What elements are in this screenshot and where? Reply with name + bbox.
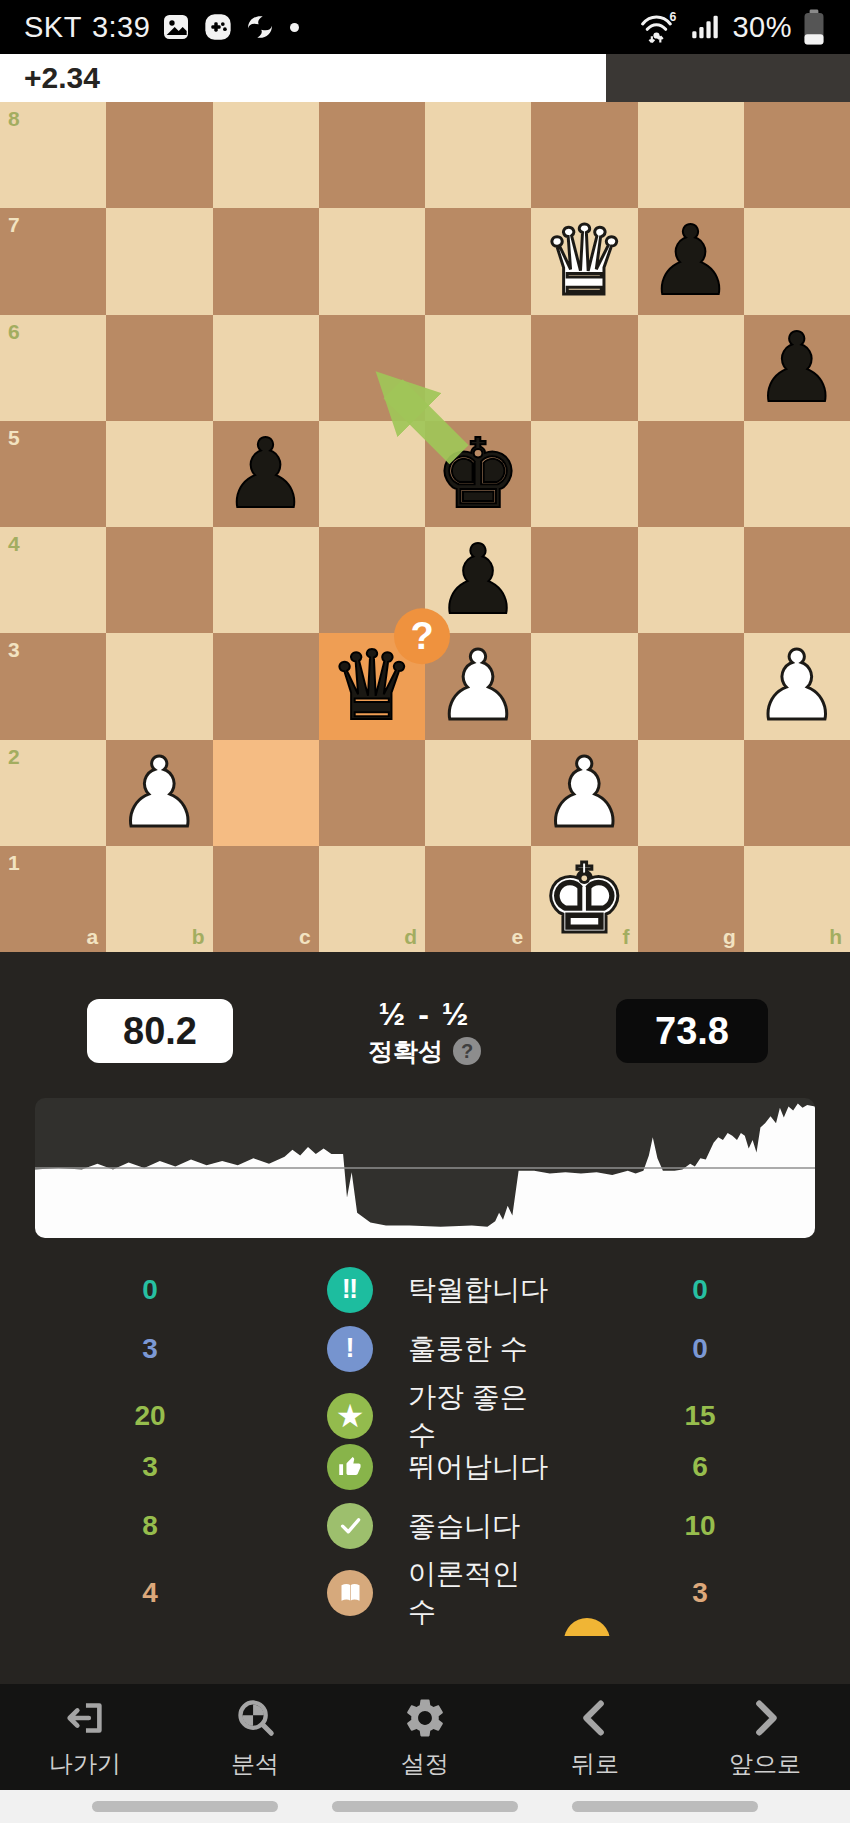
square-f6[interactable] — [531, 315, 637, 421]
analysis-panel: 80.2 ½ - ½ 정확성 ? 73.8 0‼탁월합니다03!훌륭한 수020… — [0, 994, 850, 1636]
square-h7[interactable] — [744, 208, 850, 314]
piece-white-pawn: ♟ — [425, 633, 531, 739]
svg-text:6: 6 — [670, 10, 677, 24]
accuracy-label: 정확성 — [368, 1035, 443, 1068]
square-a5[interactable]: 5 — [0, 421, 106, 527]
square-e3[interactable]: ♟ — [425, 633, 531, 739]
rank-label-3: 3 — [8, 638, 20, 662]
white-count: 3 — [0, 1451, 300, 1483]
battery-icon — [802, 8, 826, 46]
best-star-icon: ★ — [327, 1393, 373, 1439]
square-d1[interactable]: d — [319, 846, 425, 952]
square-g2[interactable] — [638, 740, 744, 846]
square-g6[interactable] — [638, 315, 744, 421]
square-c4[interactable] — [213, 527, 319, 633]
battery-percent-label: 30% — [732, 11, 792, 44]
square-g5[interactable] — [638, 421, 744, 527]
file-label-g: g — [723, 925, 736, 949]
square-d2[interactable] — [319, 740, 425, 846]
square-b4[interactable] — [106, 527, 212, 633]
square-e5[interactable]: ♚ — [425, 421, 531, 527]
white-count: 20 — [0, 1400, 300, 1432]
move-class-row-great: 3!훌륭한 수0 — [0, 1319, 850, 1378]
square-d3[interactable]: ♛ — [319, 633, 425, 739]
move-class-label: 뛰어납니다 — [400, 1448, 550, 1486]
square-a1[interactable]: 1a — [0, 846, 106, 952]
move-class-label: 좋습니다 — [400, 1507, 550, 1545]
white-count: 4 — [0, 1577, 300, 1609]
game-result: ½ - ½ — [233, 994, 616, 1034]
square-a4[interactable]: 4 — [0, 527, 106, 633]
book-icon — [327, 1570, 373, 1616]
square-h4[interactable] — [744, 527, 850, 633]
status-bar: SKT 3:39 — [0, 0, 850, 54]
system-recents-button[interactable] — [92, 1801, 278, 1812]
square-e8[interactable] — [425, 102, 531, 208]
square-f4[interactable] — [531, 527, 637, 633]
square-f3[interactable] — [531, 633, 637, 739]
piece-white-pawn: ♟ — [106, 740, 212, 846]
square-g7[interactable]: ♟ — [638, 208, 744, 314]
piece-black-king: ♚ — [425, 421, 531, 527]
file-label-c: c — [299, 925, 311, 949]
evaluation-score: +2.34 — [0, 61, 100, 95]
rank-label-8: 8 — [8, 107, 20, 131]
black-count: 0 — [550, 1333, 850, 1365]
move-class-label: 가장 좋은 수 — [400, 1378, 550, 1454]
evaluation-bar: +2.34 — [0, 54, 850, 102]
square-c6[interactable] — [213, 315, 319, 421]
nav-label: 설정 — [401, 1748, 449, 1780]
square-a6[interactable]: 6 — [0, 315, 106, 421]
piece-white-pawn: ♟ — [744, 633, 850, 739]
square-b3[interactable] — [106, 633, 212, 739]
move-class-row-brilliant: 0‼탁월합니다0 — [0, 1260, 850, 1319]
square-a2[interactable]: 2 — [0, 740, 106, 846]
game-controller-icon — [202, 11, 234, 43]
nav-analysis-button[interactable]: 분석 — [170, 1684, 340, 1790]
square-f7[interactable]: ♛ — [531, 208, 637, 314]
nav-label: 뒤로 — [571, 1748, 619, 1780]
settings-icon — [402, 1695, 448, 1741]
move-classification-list: 0‼탁월합니다03!훌륭한 수020★가장 좋은 수153뛰어납니다68좋습니다… — [0, 1260, 850, 1614]
square-a8[interactable]: 8 — [0, 102, 106, 208]
square-d8[interactable] — [319, 102, 425, 208]
black-accuracy-score: 73.8 — [616, 999, 768, 1063]
square-c5[interactable]: ♟ — [213, 421, 319, 527]
nav-label: 나가기 — [49, 1748, 121, 1780]
system-back-button[interactable] — [572, 1801, 758, 1812]
piece-white-king: ♚ — [531, 846, 637, 952]
move-class-row-best-star: 20★가장 좋은 수15 — [0, 1378, 850, 1437]
white-count: 3 — [0, 1333, 300, 1365]
square-h5[interactable] — [744, 421, 850, 527]
file-label-d: d — [404, 925, 417, 949]
white-accuracy-score: 80.2 — [87, 999, 233, 1063]
piece-black-pawn: ♟ — [638, 208, 744, 314]
check-icon — [327, 1503, 373, 1549]
square-g1[interactable]: g — [638, 846, 744, 952]
move-class-row-check: 8좋습니다10 — [0, 1496, 850, 1555]
system-navigation-area — [0, 1790, 850, 1823]
square-f1[interactable]: f♚ — [531, 846, 637, 952]
analysis-icon — [232, 1695, 278, 1741]
nav-label: 앞으로 — [729, 1748, 801, 1780]
square-f2[interactable]: ♟ — [531, 740, 637, 846]
square-h8[interactable] — [744, 102, 850, 208]
evaluation-graph[interactable] — [35, 1098, 815, 1238]
swoosh-icon — [244, 11, 276, 43]
square-g3[interactable] — [638, 633, 744, 739]
black-count: 6 — [550, 1451, 850, 1483]
black-count: 0 — [550, 1274, 850, 1306]
piece-black-pawn: ♟ — [425, 527, 531, 633]
signal-strength-icon — [688, 10, 722, 44]
square-g8[interactable] — [638, 102, 744, 208]
square-e6[interactable] — [425, 315, 531, 421]
nav-settings-button[interactable]: 설정 — [340, 1684, 510, 1790]
square-h3[interactable]: ♟ — [744, 633, 850, 739]
black-count: 3 — [550, 1577, 850, 1609]
square-b5[interactable] — [106, 421, 212, 527]
square-d6[interactable] — [319, 315, 425, 421]
square-f5[interactable] — [531, 421, 637, 527]
square-c3[interactable] — [213, 633, 319, 739]
evaluation-white-portion: +2.34 — [0, 54, 606, 102]
square-b6[interactable] — [106, 315, 212, 421]
clock: 3:39 — [92, 11, 150, 44]
notification-dot-icon — [290, 23, 299, 32]
white-count: 8 — [0, 1510, 300, 1542]
piece-black-pawn: ♟ — [213, 421, 319, 527]
square-b7[interactable] — [106, 208, 212, 314]
square-c1[interactable]: c — [213, 846, 319, 952]
black-count: 15 — [550, 1400, 850, 1432]
square-b1[interactable]: b — [106, 846, 212, 952]
piece-black-pawn: ♟ — [744, 315, 850, 421]
nav-forward-button[interactable]: 앞으로 — [680, 1684, 850, 1790]
accuracy-section: 80.2 ½ - ½ 정확성 ? 73.8 — [0, 994, 850, 1068]
nav-label: 분석 — [231, 1748, 279, 1780]
square-b8[interactable] — [106, 102, 212, 208]
square-a7[interactable]: 7 — [0, 208, 106, 314]
square-b2[interactable]: ♟ — [106, 740, 212, 846]
square-d5[interactable] — [319, 421, 425, 527]
square-h2[interactable] — [744, 740, 850, 846]
move-class-label: 이론적인 수 — [400, 1555, 550, 1631]
file-label-a: a — [87, 925, 99, 949]
exit-icon — [62, 1695, 108, 1741]
file-label-e: e — [512, 925, 524, 949]
piece-white-queen: ♛ — [531, 208, 637, 314]
black-count: 10 — [550, 1510, 850, 1542]
great-icon: ! — [327, 1326, 373, 1372]
board-grid: 87♛♟6♟5♟♚4♟3♛♟♟2♟♟1abcdef♚gh — [0, 102, 850, 952]
chess-board: 87♛♟6♟5♟♚4♟3♛♟♟2♟♟1abcdef♚gh ? — [0, 102, 850, 952]
rank-label-7: 7 — [8, 213, 20, 237]
square-e4[interactable]: ♟ — [425, 527, 531, 633]
square-e1[interactable]: e — [425, 846, 531, 952]
system-home-button[interactable] — [332, 1801, 518, 1812]
piece-black-queen: ♛ — [319, 633, 425, 739]
square-h1[interactable]: h — [744, 846, 850, 952]
file-label-b: b — [192, 925, 205, 949]
nav-exit-button[interactable]: 나가기 — [0, 1684, 170, 1790]
square-e7[interactable] — [425, 208, 531, 314]
rank-label-6: 6 — [8, 320, 20, 344]
white-count: 0 — [0, 1274, 300, 1306]
bottom-toolbar: 나가기분석설정뒤로앞으로 — [0, 1684, 850, 1790]
carrier-label: SKT — [24, 11, 82, 44]
eval-white-area — [35, 1104, 815, 1238]
rank-label-5: 5 — [8, 426, 20, 450]
square-c7[interactable] — [213, 208, 319, 314]
square-d4[interactable] — [319, 527, 425, 633]
nav-back-button[interactable]: 뒤로 — [510, 1684, 680, 1790]
gallery-icon — [160, 11, 192, 43]
square-a3[interactable]: 3 — [0, 633, 106, 739]
back-icon — [572, 1695, 618, 1741]
brilliant-icon: ‼ — [327, 1267, 373, 1313]
move-class-label: 탁월합니다 — [400, 1271, 550, 1309]
move-class-row-book: 4이론적인 수3 — [0, 1555, 850, 1614]
rank-label-4: 4 — [8, 532, 20, 556]
square-c2[interactable] — [213, 740, 319, 846]
inaccuracy-icon — [564, 1618, 610, 1636]
accuracy-help-icon[interactable]: ? — [453, 1037, 481, 1065]
file-label-h: h — [829, 925, 842, 949]
square-h6[interactable]: ♟ — [744, 315, 850, 421]
square-d7[interactable] — [319, 208, 425, 314]
app-screen: SKT 3:39 — [0, 0, 850, 1823]
square-c8[interactable] — [213, 102, 319, 208]
wifi6-icon: 6 — [638, 10, 678, 44]
square-f8[interactable] — [531, 102, 637, 208]
piece-white-pawn: ♟ — [531, 740, 637, 846]
square-g4[interactable] — [638, 527, 744, 633]
rank-label-1: 1 — [8, 851, 20, 875]
thumbs-up-icon — [327, 1444, 373, 1490]
rank-label-2: 2 — [8, 745, 20, 769]
square-e2[interactable] — [425, 740, 531, 846]
move-class-label: 훌륭한 수 — [400, 1330, 550, 1368]
forward-icon — [742, 1695, 788, 1741]
